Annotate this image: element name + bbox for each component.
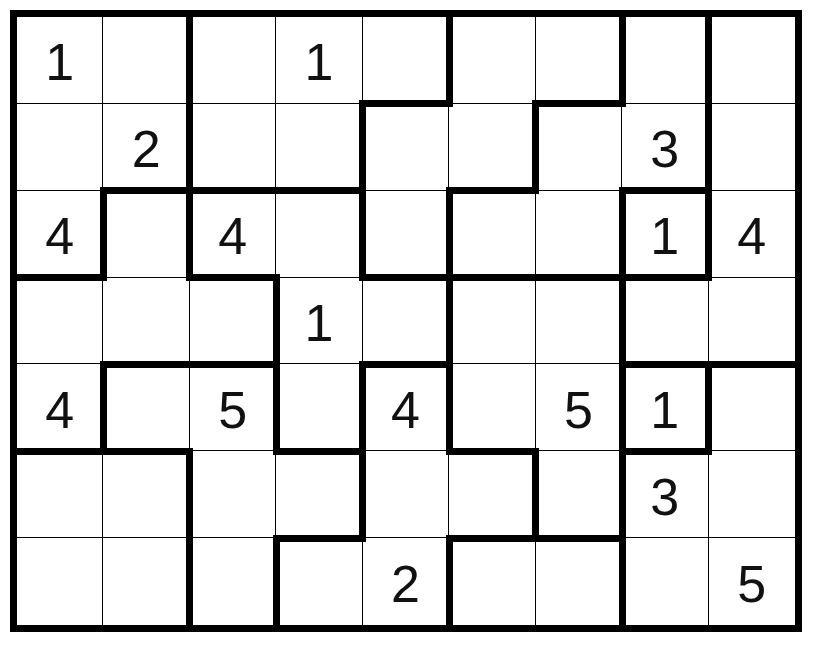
cell-r2c3[interactable] (276, 191, 362, 278)
given-digit: 5 (218, 379, 247, 436)
cell-r5c8[interactable] (709, 451, 795, 538)
cell-r2c0[interactable]: 4 (17, 191, 103, 278)
cell-r2c6[interactable] (536, 191, 622, 278)
cell-r6c6[interactable] (536, 538, 622, 625)
cell-r3c4[interactable] (363, 278, 449, 365)
cell-r1c3[interactable] (276, 104, 362, 191)
cell-r0c0[interactable]: 1 (17, 17, 103, 104)
cell-r0c4[interactable] (363, 17, 449, 104)
given-digit: 4 (45, 205, 74, 262)
cell-r0c5[interactable] (449, 17, 535, 104)
cell-r0c8[interactable] (709, 17, 795, 104)
cell-r4c6[interactable]: 5 (536, 364, 622, 451)
cell-r3c7[interactable] (622, 278, 708, 365)
cell-r2c7[interactable]: 1 (622, 191, 708, 278)
cell-r4c5[interactable] (449, 364, 535, 451)
cell-r6c3[interactable] (276, 538, 362, 625)
cell-r0c7[interactable] (622, 17, 708, 104)
given-digit: 5 (737, 553, 766, 610)
cell-r6c8[interactable]: 5 (709, 538, 795, 625)
cell-r2c1[interactable] (103, 191, 189, 278)
puzzle-page: 11234414145451325 (0, 0, 814, 646)
given-digit: 4 (45, 379, 74, 436)
given-digit: 1 (45, 31, 74, 88)
cell-r4c0[interactable]: 4 (17, 364, 103, 451)
cell-r4c3[interactable] (276, 364, 362, 451)
cell-r4c8[interactable] (709, 364, 795, 451)
cell-r2c2[interactable]: 4 (190, 191, 276, 278)
cell-r3c8[interactable] (709, 278, 795, 365)
given-digit: 1 (305, 292, 334, 349)
given-digit: 1 (650, 379, 679, 436)
cell-r1c6[interactable] (536, 104, 622, 191)
cell-r1c4[interactable] (363, 104, 449, 191)
given-digit: 4 (391, 379, 420, 436)
cell-r4c7[interactable]: 1 (622, 364, 708, 451)
cell-r0c2[interactable] (190, 17, 276, 104)
suguru-board: 11234414145451325 (10, 10, 802, 632)
given-digit: 3 (650, 466, 679, 523)
cell-r2c4[interactable] (363, 191, 449, 278)
cell-r0c1[interactable] (103, 17, 189, 104)
cell-r2c8[interactable]: 4 (709, 191, 795, 278)
cell-r0c3[interactable]: 1 (276, 17, 362, 104)
cell-r3c1[interactable] (103, 278, 189, 365)
cell-grid: 11234414145451325 (17, 17, 795, 625)
cell-r4c4[interactable]: 4 (363, 364, 449, 451)
cell-r6c1[interactable] (103, 538, 189, 625)
cell-r5c1[interactable] (103, 451, 189, 538)
cell-r0c6[interactable] (536, 17, 622, 104)
cell-r1c5[interactable] (449, 104, 535, 191)
given-digit: 2 (132, 118, 161, 175)
cell-r4c2[interactable]: 5 (190, 364, 276, 451)
given-digit: 3 (650, 118, 679, 175)
given-digit: 1 (650, 205, 679, 262)
cell-r3c2[interactable] (190, 278, 276, 365)
cell-r2c5[interactable] (449, 191, 535, 278)
cell-r1c1[interactable]: 2 (103, 104, 189, 191)
cell-r6c2[interactable] (190, 538, 276, 625)
cell-r5c4[interactable] (363, 451, 449, 538)
cell-r3c5[interactable] (449, 278, 535, 365)
cell-r5c5[interactable] (449, 451, 535, 538)
cell-r3c0[interactable] (17, 278, 103, 365)
cell-r5c2[interactable] (190, 451, 276, 538)
cell-r6c7[interactable] (622, 538, 708, 625)
given-digit: 2 (391, 553, 420, 610)
cell-r6c0[interactable] (17, 538, 103, 625)
cell-r4c1[interactable] (103, 364, 189, 451)
cell-r1c2[interactable] (190, 104, 276, 191)
cell-r3c3[interactable]: 1 (276, 278, 362, 365)
cell-r6c5[interactable] (449, 538, 535, 625)
cell-r1c8[interactable] (709, 104, 795, 191)
cell-r3c6[interactable] (536, 278, 622, 365)
given-digit: 5 (564, 379, 593, 436)
given-digit: 1 (305, 31, 334, 88)
cell-r5c6[interactable] (536, 451, 622, 538)
given-digit: 4 (218, 205, 247, 262)
cell-r5c0[interactable] (17, 451, 103, 538)
cell-r6c4[interactable]: 2 (363, 538, 449, 625)
cell-r5c7[interactable]: 3 (622, 451, 708, 538)
given-digit: 4 (737, 205, 766, 262)
cell-r1c7[interactable]: 3 (622, 104, 708, 191)
cell-r1c0[interactable] (17, 104, 103, 191)
cell-r5c3[interactable] (276, 451, 362, 538)
